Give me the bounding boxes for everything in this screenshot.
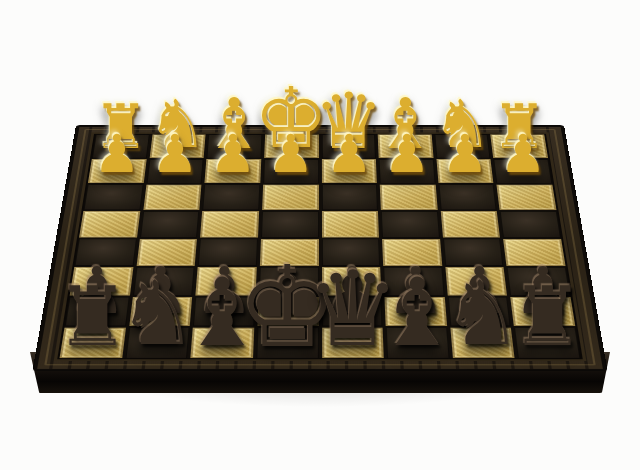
square-f4[interactable] <box>381 211 440 237</box>
square-b4[interactable] <box>140 211 200 237</box>
white-pawn[interactable]: ♟ <box>267 128 314 180</box>
white-pawn[interactable]: ♟ <box>94 128 141 180</box>
stage: ♜♞♝♚♛♝♞♜♟♟♟♟♟♟♟♟♟♟♟♟♟♟♟♟♜♞♝♚♛♝♞♜ <box>0 0 640 470</box>
square-f3[interactable] <box>380 185 438 210</box>
white-pawn[interactable]: ♟ <box>152 128 199 180</box>
black-rook[interactable]: ♜ <box>511 276 585 358</box>
square-h3[interactable] <box>497 185 557 210</box>
white-pawn[interactable]: ♟ <box>499 128 546 180</box>
square-h4[interactable] <box>500 211 561 237</box>
white-pawn[interactable]: ♟ <box>442 128 489 180</box>
square-a3[interactable] <box>84 185 144 210</box>
square-a4[interactable] <box>79 211 140 237</box>
square-c3[interactable] <box>203 185 261 210</box>
square-d3[interactable] <box>262 185 319 210</box>
white-pawn[interactable]: ♟ <box>326 128 373 180</box>
square-b3[interactable] <box>143 185 202 210</box>
square-d4[interactable] <box>261 211 319 237</box>
white-pawn[interactable]: ♟ <box>209 128 256 180</box>
square-e3[interactable] <box>321 185 378 210</box>
square-e4[interactable] <box>321 211 379 237</box>
square-g3[interactable] <box>438 185 497 210</box>
white-pawn[interactable]: ♟ <box>384 128 431 180</box>
square-c4[interactable] <box>200 211 259 237</box>
square-g4[interactable] <box>441 211 501 237</box>
